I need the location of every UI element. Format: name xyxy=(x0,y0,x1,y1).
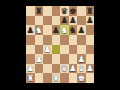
piece-white-pawn[interactable]: ♟ xyxy=(43,45,52,55)
square-g6[interactable]: ♟ xyxy=(77,25,86,35)
piece-black-pawn[interactable]: ♟ xyxy=(60,16,69,26)
square-d6[interactable]: ♟ xyxy=(52,25,61,35)
square-d3[interactable] xyxy=(52,54,61,64)
square-a5[interactable] xyxy=(26,35,35,45)
square-b2[interactable] xyxy=(35,64,44,74)
piece-white-pawn[interactable]: ♟ xyxy=(35,54,44,64)
piece-white-knight[interactable]: ♞ xyxy=(60,25,69,35)
square-f2[interactable]: ♟ xyxy=(69,64,78,74)
square-b8[interactable]: ♜ xyxy=(35,6,44,16)
square-f4[interactable] xyxy=(69,45,78,55)
square-h7[interactable]: ♟ xyxy=(86,16,95,26)
piece-black-knight[interactable]: ♞ xyxy=(69,25,78,35)
square-b3[interactable]: ♟ xyxy=(35,54,44,64)
square-h2[interactable]: ♟ xyxy=(86,64,95,74)
square-g7[interactable] xyxy=(77,16,86,26)
square-e2[interactable]: ♛ xyxy=(60,64,69,74)
square-h4[interactable] xyxy=(86,45,95,55)
letterbox-right xyxy=(94,0,120,90)
square-b1[interactable] xyxy=(35,73,44,83)
square-e1[interactable] xyxy=(60,73,69,83)
square-g5[interactable] xyxy=(77,35,86,45)
square-b4[interactable] xyxy=(35,45,44,55)
square-h5[interactable] xyxy=(86,35,95,45)
square-c6[interactable] xyxy=(43,25,52,35)
square-f6[interactable]: ♞ xyxy=(69,25,78,35)
piece-white-pawn[interactable]: ♟ xyxy=(86,64,95,74)
square-e7[interactable]: ♟ xyxy=(60,16,69,26)
piece-white-king[interactable]: ♚ xyxy=(77,73,86,83)
video-frame: ♜♛♚♜♟♟♟♟♞♟♞♞♟♟♟♟♟♛♟♝♟♜♜♚ xyxy=(0,0,120,90)
square-g2[interactable]: ♝ xyxy=(77,64,86,74)
square-c1[interactable] xyxy=(43,73,52,83)
piece-white-pawn[interactable]: ♟ xyxy=(26,64,35,74)
square-a6[interactable]: ♟ xyxy=(26,25,35,35)
square-e5[interactable] xyxy=(60,35,69,45)
square-c7[interactable] xyxy=(43,16,52,26)
square-a2[interactable]: ♟ xyxy=(26,64,35,74)
square-a7[interactable] xyxy=(26,16,35,26)
piece-black-pawn[interactable]: ♟ xyxy=(86,16,95,26)
piece-black-rook[interactable]: ♜ xyxy=(35,6,44,16)
square-g4[interactable] xyxy=(77,45,86,55)
square-d5[interactable] xyxy=(52,35,61,45)
square-d7[interactable] xyxy=(52,16,61,26)
square-c4[interactable]: ♟ xyxy=(43,45,52,55)
letterbox-left xyxy=(0,0,26,90)
square-d1[interactable]: ♜ xyxy=(52,73,61,83)
piece-black-pawn[interactable]: ♟ xyxy=(52,25,61,35)
square-c8[interactable] xyxy=(43,6,52,16)
square-g1[interactable]: ♚ xyxy=(77,73,86,83)
square-d2[interactable] xyxy=(52,64,61,74)
square-a4[interactable] xyxy=(26,45,35,55)
piece-black-pawn[interactable]: ♟ xyxy=(26,25,35,35)
piece-white-knight[interactable]: ♞ xyxy=(35,25,44,35)
piece-white-rook[interactable]: ♜ xyxy=(52,73,61,83)
square-e6[interactable]: ♞ xyxy=(60,25,69,35)
square-e4[interactable] xyxy=(60,45,69,55)
chess-board: ♜♛♚♜♟♟♟♟♞♟♞♞♟♟♟♟♟♛♟♝♟♜♜♚ xyxy=(26,6,94,83)
square-h1[interactable] xyxy=(86,73,95,83)
piece-black-pawn[interactable]: ♟ xyxy=(77,25,86,35)
piece-white-bishop[interactable]: ♝ xyxy=(77,64,86,74)
square-b7[interactable] xyxy=(35,16,44,26)
piece-white-pawn[interactable]: ♟ xyxy=(69,64,78,74)
square-d8[interactable] xyxy=(52,6,61,16)
piece-white-queen[interactable]: ♛ xyxy=(60,64,69,74)
square-b6[interactable]: ♞ xyxy=(35,25,44,35)
square-c3[interactable] xyxy=(43,54,52,64)
square-h6[interactable] xyxy=(86,25,95,35)
square-g8[interactable] xyxy=(77,6,86,16)
square-c2[interactable] xyxy=(43,64,52,74)
square-d4[interactable] xyxy=(52,45,61,55)
square-b5[interactable] xyxy=(35,35,44,45)
square-f1[interactable] xyxy=(69,73,78,83)
piece-white-rook[interactable]: ♜ xyxy=(26,73,35,83)
square-a8[interactable] xyxy=(26,6,35,16)
square-f5[interactable] xyxy=(69,35,78,45)
square-a1[interactable]: ♜ xyxy=(26,73,35,83)
square-f7[interactable]: ♟ xyxy=(69,16,78,26)
piece-black-pawn[interactable]: ♟ xyxy=(69,16,78,26)
